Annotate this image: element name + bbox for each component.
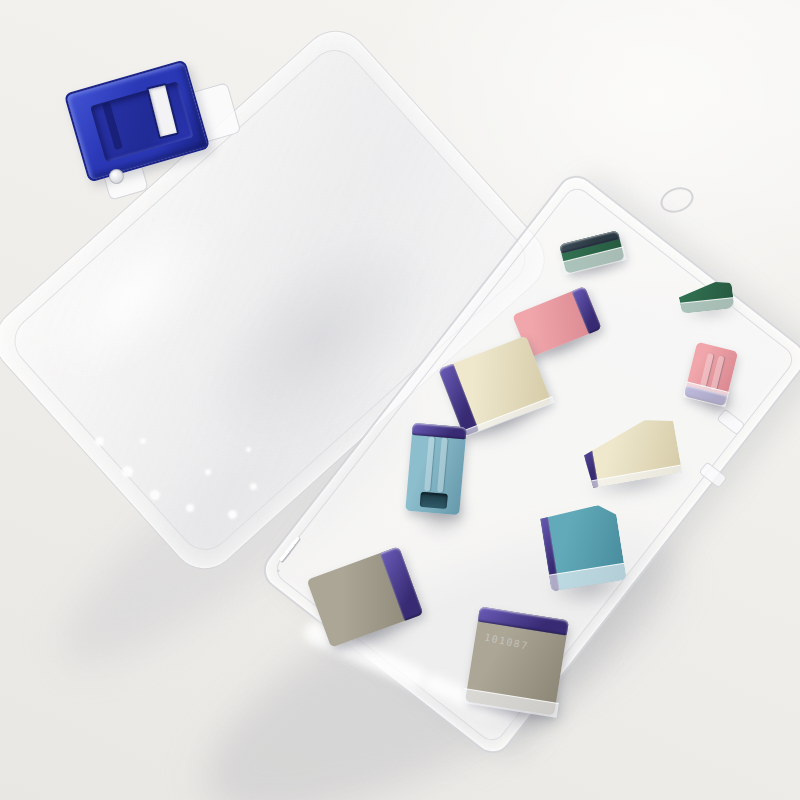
terminal-slot (419, 492, 447, 509)
fuse-gray-2: 101087 (465, 607, 569, 716)
fuse-marking: 101087 (483, 631, 529, 651)
photo-stage: 101087 (0, 0, 800, 800)
sparkle-glint (150, 490, 160, 500)
sparkle-glint (140, 438, 146, 444)
sparkle-glint (122, 466, 133, 477)
tray-cell-c5-rB (277, 569, 280, 572)
sparkle-glint (228, 510, 237, 519)
latch-hinge-pin (109, 169, 124, 184)
thumb-hole (657, 183, 697, 217)
sparkle-glint (186, 504, 194, 512)
sparkle-glint (95, 437, 104, 446)
sparkle-glint (246, 447, 251, 452)
sparkle-glint (205, 469, 211, 475)
rib-groove (437, 438, 448, 493)
rib-groove (424, 437, 435, 492)
sparkle-glint (250, 483, 257, 490)
fuse-blue-1 (405, 423, 466, 515)
latch-recess (90, 81, 193, 162)
